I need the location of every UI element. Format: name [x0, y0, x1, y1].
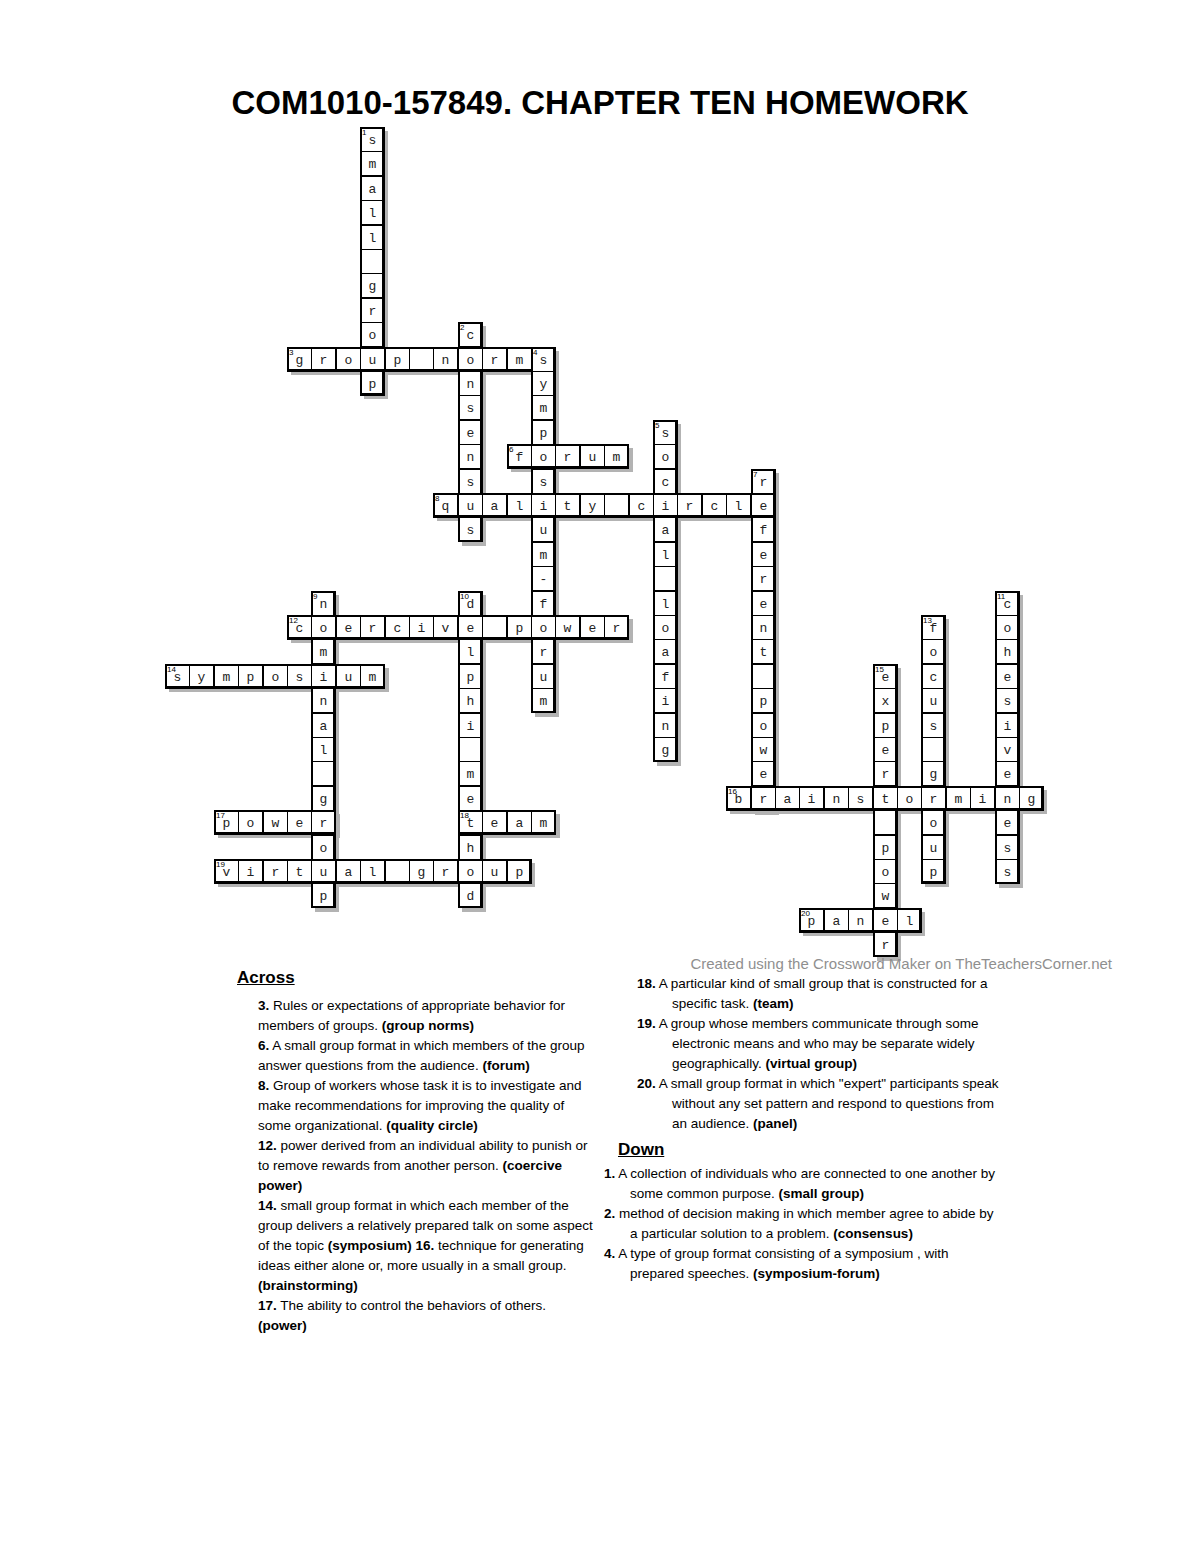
grid-cell[interactable]: p: [873, 713, 898, 738]
grid-cell[interactable]: e: [995, 761, 1020, 786]
cell-letter: u: [337, 671, 360, 684]
grid-cell[interactable]: i: [970, 786, 995, 811]
grid-cell[interactable]: n: [311, 688, 336, 713]
grid-cell[interactable]: i: [311, 664, 336, 689]
cell-letter: p: [508, 622, 531, 635]
cell-letter: g: [1020, 793, 1043, 806]
grid-cell[interactable]: o: [360, 322, 385, 347]
grid-cell[interactable]: [458, 737, 483, 762]
page-title: COM1010-157849. CHAPTER TEN HOMEWORK: [0, 84, 1200, 122]
grid-cell[interactable]: 14s: [165, 664, 190, 689]
grid-cell[interactable]: r: [311, 347, 336, 372]
grid-cell[interactable]: p: [921, 859, 946, 884]
grid-cell[interactable]: a: [507, 810, 532, 835]
cell-letter: m: [459, 768, 482, 781]
cell-letter: y: [190, 671, 213, 684]
clue-bold-text: 14.: [258, 1198, 277, 1213]
grid-cell[interactable]: 18t: [458, 810, 483, 835]
grid-cell[interactable]: [653, 566, 678, 591]
cell-letter: s: [532, 354, 555, 367]
grid-cell[interactable]: u: [458, 493, 483, 518]
grid-cell[interactable]: s: [458, 469, 483, 494]
cell-letter: o: [898, 793, 921, 806]
cell-letter: a: [361, 183, 384, 196]
grid-cell[interactable]: c: [385, 615, 410, 640]
cell-letter: c: [996, 598, 1019, 611]
grid-cell[interactable]: p: [873, 835, 898, 860]
cell-letter: u: [459, 500, 482, 513]
grid-cell[interactable]: g: [360, 273, 385, 298]
grid-cell[interactable]: r: [482, 347, 507, 372]
grid-cell[interactable]: g: [311, 786, 336, 811]
grid-cell[interactable]: 5s: [653, 420, 678, 445]
grid-cell[interactable]: m: [311, 639, 336, 664]
clue-bold-text: 20.: [637, 1076, 656, 1091]
down-heading: Down: [618, 1140, 1000, 1160]
cell-letter: h: [459, 695, 482, 708]
grid-cell[interactable]: s: [995, 835, 1020, 860]
grid-cell[interactable]: h: [995, 639, 1020, 664]
grid-cell[interactable]: o: [263, 664, 288, 689]
grid-cell[interactable]: m: [531, 542, 556, 567]
grid-cell[interactable]: o: [995, 615, 1020, 640]
grid-cell[interactable]: o: [531, 444, 556, 469]
grid-cell[interactable]: u: [531, 664, 556, 689]
cell-letter: l: [361, 207, 384, 220]
cell-letter: o: [459, 866, 482, 879]
grid-cell[interactable]: o: [458, 859, 483, 884]
grid-cell[interactable]: a: [311, 713, 336, 738]
grid-cell[interactable]: u: [921, 688, 946, 713]
clue-text: A small group format in which "expert" p…: [656, 1076, 999, 1131]
cell-letter: o: [922, 646, 945, 659]
grid-cell[interactable]: i: [799, 786, 824, 811]
cell-letter: r: [312, 354, 335, 367]
grid-cell[interactable]: a: [653, 517, 678, 542]
clue-8: 8. Group of workers whose task it is to …: [237, 1076, 595, 1136]
grid-cell[interactable]: e: [995, 664, 1020, 689]
cell-letter: m: [361, 158, 384, 171]
grid-cell[interactable]: l: [311, 737, 336, 762]
cell-letter: a: [312, 720, 335, 733]
cell-letter: p: [239, 671, 262, 684]
grid-cell[interactable]: e: [458, 615, 483, 640]
cell-letter: m: [532, 695, 555, 708]
clue-text: A small group format in which members of…: [258, 1038, 584, 1073]
grid-cell[interactable]: o: [238, 810, 263, 835]
grid-cell[interactable]: i: [458, 713, 483, 738]
grid-cell[interactable]: m: [360, 151, 385, 176]
grid-cell[interactable]: y: [531, 371, 556, 396]
grid-cell[interactable]: y: [580, 493, 605, 518]
cell-letter: p: [361, 378, 384, 391]
cell-letter: o: [922, 817, 945, 830]
grid-cell[interactable]: w: [751, 737, 776, 762]
cell-letter: r: [361, 305, 384, 318]
grid-cell[interactable]: h: [458, 835, 483, 860]
grid-cell[interactable]: n: [653, 713, 678, 738]
grid-cell[interactable]: o: [921, 639, 946, 664]
cell-letter: v: [996, 744, 1019, 757]
grid-cell[interactable]: m: [531, 688, 556, 713]
cell-letter: p: [508, 866, 531, 879]
grid-cell[interactable]: r: [433, 859, 458, 884]
grid-cell[interactable]: e: [751, 542, 776, 567]
grid-cell[interactable]: f: [751, 517, 776, 542]
grid-cell[interactable]: [409, 347, 434, 372]
grid-cell[interactable]: [604, 493, 629, 518]
grid-cell[interactable]: a: [824, 908, 849, 933]
cell-letter: o: [532, 451, 555, 464]
grid-cell[interactable]: o: [311, 615, 336, 640]
grid-cell[interactable]: m: [360, 664, 385, 689]
grid-cell[interactable]: r: [360, 298, 385, 323]
grid-cell[interactable]: 10d: [458, 591, 483, 616]
grid-cell[interactable]: l: [897, 908, 922, 933]
clue-bold-text: (team): [753, 996, 794, 1011]
grid-cell[interactable]: a: [482, 493, 507, 518]
grid-cell[interactable]: e: [482, 810, 507, 835]
cell-letter: n: [312, 695, 335, 708]
clue-text: method of decision making in which membe…: [615, 1206, 993, 1241]
cell-letter: p: [800, 915, 823, 928]
grid-cell[interactable]: s: [995, 688, 1020, 713]
across-clues-list-right: 18. A particular kind of small group tha…: [604, 974, 1000, 1134]
cell-letter: o: [239, 817, 262, 830]
grid-cell[interactable]: w: [555, 615, 580, 640]
grid-cell[interactable]: o: [921, 810, 946, 835]
grid-cell[interactable]: 6f: [507, 444, 532, 469]
grid-cell[interactable]: m: [604, 444, 629, 469]
grid-cell[interactable]: r: [531, 639, 556, 664]
grid-cell[interactable]: c: [921, 664, 946, 689]
grid-cell[interactable]: n: [848, 908, 873, 933]
grid-cell[interactable]: n: [751, 615, 776, 640]
grid-cell[interactable]: m: [507, 347, 532, 372]
grid-cell[interactable]: a: [775, 786, 800, 811]
grid-cell[interactable]: i: [531, 493, 556, 518]
grid-cell[interactable]: l: [507, 493, 532, 518]
grid-cell[interactable]: e: [458, 786, 483, 811]
grid-cell[interactable]: -: [531, 566, 556, 591]
cell-letter: e: [288, 817, 311, 830]
cell-letter: c: [386, 622, 409, 635]
grid-cell[interactable]: p: [751, 688, 776, 713]
clue-2: 2. method of decision making in which me…: [604, 1204, 1000, 1244]
cell-letter: i: [971, 793, 994, 806]
cell-letter: r: [922, 793, 945, 806]
grid-cell[interactable]: o: [873, 859, 898, 884]
cell-letter: o: [752, 720, 775, 733]
grid-cell[interactable]: i: [653, 493, 678, 518]
grid-cell[interactable]: e: [995, 810, 1020, 835]
grid-cell[interactable]: n: [458, 444, 483, 469]
grid-cell[interactable]: c: [702, 493, 727, 518]
cell-letter: u: [922, 842, 945, 855]
cell-letter: i: [312, 671, 335, 684]
cell-letter: a: [825, 915, 848, 928]
grid-cell[interactable]: e: [458, 420, 483, 445]
grid-cell[interactable]: r: [921, 786, 946, 811]
grid-cell[interactable]: l: [360, 225, 385, 250]
cell-letter: o: [996, 622, 1019, 635]
cell-letter: s: [459, 524, 482, 537]
grid-cell[interactable]: g: [921, 761, 946, 786]
grid-cell[interactable]: [873, 810, 898, 835]
grid-cell[interactable]: o: [311, 835, 336, 860]
across-clues-section: Across 3. Rules or expectations of appro…: [237, 968, 595, 1336]
grid-cell[interactable]: o: [751, 713, 776, 738]
cell-letter: s: [532, 476, 555, 489]
grid-cell[interactable]: u: [482, 859, 507, 884]
cell-letter: c: [459, 329, 482, 342]
grid-cell[interactable]: 3g: [287, 347, 312, 372]
grid-cell[interactable]: i: [653, 688, 678, 713]
grid-cell[interactable]: [482, 615, 507, 640]
grid-cell[interactable]: o: [653, 615, 678, 640]
clue-bold-text: (forum): [482, 1058, 529, 1073]
grid-cell[interactable]: s: [287, 664, 312, 689]
grid-cell[interactable]: a: [360, 176, 385, 201]
grid-cell[interactable]: u: [921, 835, 946, 860]
grid-cell[interactable]: [360, 249, 385, 274]
cell-letter: d: [459, 598, 482, 611]
clue-14-16: 14. small group format in which each mem…: [237, 1196, 595, 1296]
grid-cell[interactable]: s: [458, 395, 483, 420]
grid-cell[interactable]: [385, 859, 410, 884]
grid-cell[interactable]: i: [409, 615, 434, 640]
cell-letter: n: [849, 915, 872, 928]
grid-cell[interactable]: r: [555, 444, 580, 469]
clue-bold-text: 18.: [637, 976, 656, 991]
grid-cell[interactable]: p: [507, 859, 532, 884]
cell-letter: s: [996, 866, 1019, 879]
cell-letter: t: [556, 500, 579, 513]
cell-letter: a: [776, 793, 799, 806]
grid-cell[interactable]: 4s: [531, 347, 556, 372]
cell-letter: f: [532, 598, 555, 611]
grid-cell[interactable]: p: [531, 420, 556, 445]
grid-cell[interactable]: l: [360, 200, 385, 225]
grid-cell[interactable]: y: [189, 664, 214, 689]
grid-cell[interactable]: h: [458, 688, 483, 713]
cell-letter: i: [996, 720, 1019, 733]
across-heading: Across: [237, 968, 595, 988]
grid-cell[interactable]: n: [824, 786, 849, 811]
grid-cell[interactable]: w: [263, 810, 288, 835]
crossword-board: 1smallgroup2consensus3gropnrm4symposium-…: [165, 127, 1045, 958]
cell-letter: w: [874, 890, 897, 903]
clue-12: 12. power derived from an individual abi…: [237, 1136, 595, 1196]
grid-cell[interactable]: e: [580, 615, 605, 640]
grid-cell[interactable]: f: [531, 591, 556, 616]
grid-cell[interactable]: [921, 737, 946, 762]
cell-letter: o: [459, 354, 482, 367]
grid-cell[interactable]: 13f: [921, 615, 946, 640]
grid-cell[interactable]: r: [604, 615, 629, 640]
cell-letter: i: [654, 500, 677, 513]
clue-bold-text: 1.: [604, 1166, 615, 1181]
cell-letter: p: [922, 866, 945, 879]
grid-cell[interactable]: 8q: [433, 493, 458, 518]
cell-letter: o: [312, 842, 335, 855]
grid-cell[interactable]: o: [897, 786, 922, 811]
cell-letter: r: [752, 573, 775, 586]
grid-cell[interactable]: u: [360, 347, 385, 372]
cell-letter: o: [361, 329, 384, 342]
grid-cell[interactable]: r: [677, 493, 702, 518]
grid-cell[interactable]: [751, 664, 776, 689]
grid-cell[interactable]: p: [458, 664, 483, 689]
clue-3: 3. Rules or expectations of appropriate …: [237, 996, 595, 1036]
grid-cell[interactable]: a: [653, 639, 678, 664]
grid-cell[interactable]: 20p: [799, 908, 824, 933]
grid-cell[interactable]: 2c: [458, 322, 483, 347]
grid-cell[interactable]: e: [287, 810, 312, 835]
clue-bold-text: 4.: [604, 1246, 615, 1261]
grid-cell[interactable]: 9n: [311, 591, 336, 616]
cell-letter: l: [727, 500, 750, 513]
grid-cell[interactable]: r: [311, 810, 336, 835]
grid-cell[interactable]: g: [1019, 786, 1044, 811]
grid-cell[interactable]: m: [458, 761, 483, 786]
grid-cell[interactable]: n: [433, 347, 458, 372]
grid-cell[interactable]: 17p: [214, 810, 239, 835]
cell-letter: l: [898, 915, 921, 928]
cell-letter: a: [337, 866, 360, 879]
grid-cell[interactable]: t: [555, 493, 580, 518]
cell-letter: t: [874, 793, 897, 806]
cell-letter: v: [434, 622, 457, 635]
grid-cell[interactable]: 7r: [751, 469, 776, 494]
grid-cell[interactable]: r: [873, 761, 898, 786]
grid-cell[interactable]: w: [873, 883, 898, 908]
cell-letter: m: [312, 646, 335, 659]
clue-bold-text: 8.: [258, 1078, 269, 1093]
grid-cell[interactable]: u: [580, 444, 605, 469]
grid-cell[interactable]: o: [653, 444, 678, 469]
grid-cell[interactable]: i: [238, 859, 263, 884]
cell-letter: f: [508, 451, 531, 464]
grid-cell[interactable]: e: [751, 761, 776, 786]
grid-cell[interactable]: s: [995, 859, 1020, 884]
grid-cell[interactable]: r: [873, 932, 898, 957]
grid-cell[interactable]: d: [458, 883, 483, 908]
grid-cell[interactable]: r: [751, 566, 776, 591]
cell-letter: m: [532, 817, 555, 830]
cell-letter: e: [874, 671, 897, 684]
grid-cell[interactable]: r: [751, 786, 776, 811]
grid-cell[interactable]: l: [726, 493, 751, 518]
clue-bold-text: (power): [258, 1318, 307, 1333]
cell-letter: e: [874, 915, 897, 928]
grid-cell[interactable]: o: [531, 615, 556, 640]
grid-cell[interactable]: r: [263, 859, 288, 884]
grid-cell[interactable]: u: [311, 859, 336, 884]
cell-letter: a: [508, 817, 531, 830]
grid-cell[interactable]: 11c: [995, 591, 1020, 616]
grid-cell[interactable]: f: [653, 664, 678, 689]
grid-cell[interactable]: l: [360, 859, 385, 884]
clue-bold-text: 3.: [258, 998, 269, 1013]
grid-cell[interactable]: v: [995, 737, 1020, 762]
cell-letter: m: [508, 354, 531, 367]
grid-cell[interactable]: 1s: [360, 127, 385, 152]
grid-cell[interactable]: p: [238, 664, 263, 689]
cell-letter: q: [434, 500, 457, 513]
grid-cell[interactable]: p: [360, 371, 385, 396]
grid-cell[interactable]: g: [653, 737, 678, 762]
grid-cell[interactable]: t: [873, 786, 898, 811]
clue-bold-text: (quality circle): [386, 1118, 478, 1133]
grid-cell[interactable]: x: [873, 688, 898, 713]
grid-cell[interactable]: a: [336, 859, 361, 884]
grid-cell[interactable]: o: [336, 347, 361, 372]
cell-letter: w: [752, 744, 775, 757]
grid-cell[interactable]: o: [458, 347, 483, 372]
grid-cell[interactable]: e: [336, 615, 361, 640]
grid-cell[interactable]: p: [311, 883, 336, 908]
grid-cell[interactable]: s: [531, 469, 556, 494]
grid-cell[interactable]: 12c: [287, 615, 312, 640]
grid-cell[interactable]: c: [629, 493, 654, 518]
grid-cell[interactable]: r: [360, 615, 385, 640]
cell-letter: s: [996, 695, 1019, 708]
grid-cell[interactable]: l: [653, 542, 678, 567]
grid-cell[interactable]: e: [873, 908, 898, 933]
grid-cell[interactable]: n: [458, 371, 483, 396]
grid-cell[interactable]: g: [409, 859, 434, 884]
grid-cell[interactable]: 19v: [214, 859, 239, 884]
grid-cell[interactable]: m: [946, 786, 971, 811]
grid-cell[interactable]: n: [995, 786, 1020, 811]
cell-letter: h: [459, 842, 482, 855]
grid-cell[interactable]: m: [531, 395, 556, 420]
grid-cell[interactable]: l: [653, 591, 678, 616]
clue-6: 6. A small group format in which members…: [237, 1036, 595, 1076]
clue-bold-text: (symposium-forum): [753, 1266, 880, 1281]
grid-cell[interactable]: s: [921, 713, 946, 738]
grid-cell[interactable]: e: [751, 591, 776, 616]
grid-cell[interactable]: l: [458, 639, 483, 664]
grid-cell[interactable]: p: [507, 615, 532, 640]
grid-cell[interactable]: c: [653, 469, 678, 494]
grid-cell[interactable]: m: [214, 664, 239, 689]
grid-cell[interactable]: [311, 761, 336, 786]
grid-cell[interactable]: u: [531, 517, 556, 542]
grid-cell[interactable]: i: [995, 713, 1020, 738]
grid-cell[interactable]: e: [751, 493, 776, 518]
grid-cell[interactable]: u: [336, 664, 361, 689]
cell-letter: p: [312, 890, 335, 903]
grid-cell[interactable]: m: [531, 810, 556, 835]
cell-letter: c: [703, 500, 726, 513]
cell-letter: l: [508, 500, 531, 513]
grid-cell[interactable]: t: [287, 859, 312, 884]
clue-bold-text: 2.: [604, 1206, 615, 1221]
grid-cell[interactable]: s: [458, 517, 483, 542]
grid-cell[interactable]: p: [385, 347, 410, 372]
clue-bold-text: (virtual group): [766, 1056, 858, 1071]
grid-cell[interactable]: s: [848, 786, 873, 811]
grid-cell[interactable]: 16b: [726, 786, 751, 811]
grid-cell[interactable]: v: [433, 615, 458, 640]
grid-cell[interactable]: 15e: [873, 664, 898, 689]
cell-letter: o: [264, 671, 287, 684]
grid-cell[interactable]: e: [873, 737, 898, 762]
cell-letter: r: [874, 768, 897, 781]
grid-cell[interactable]: t: [751, 639, 776, 664]
